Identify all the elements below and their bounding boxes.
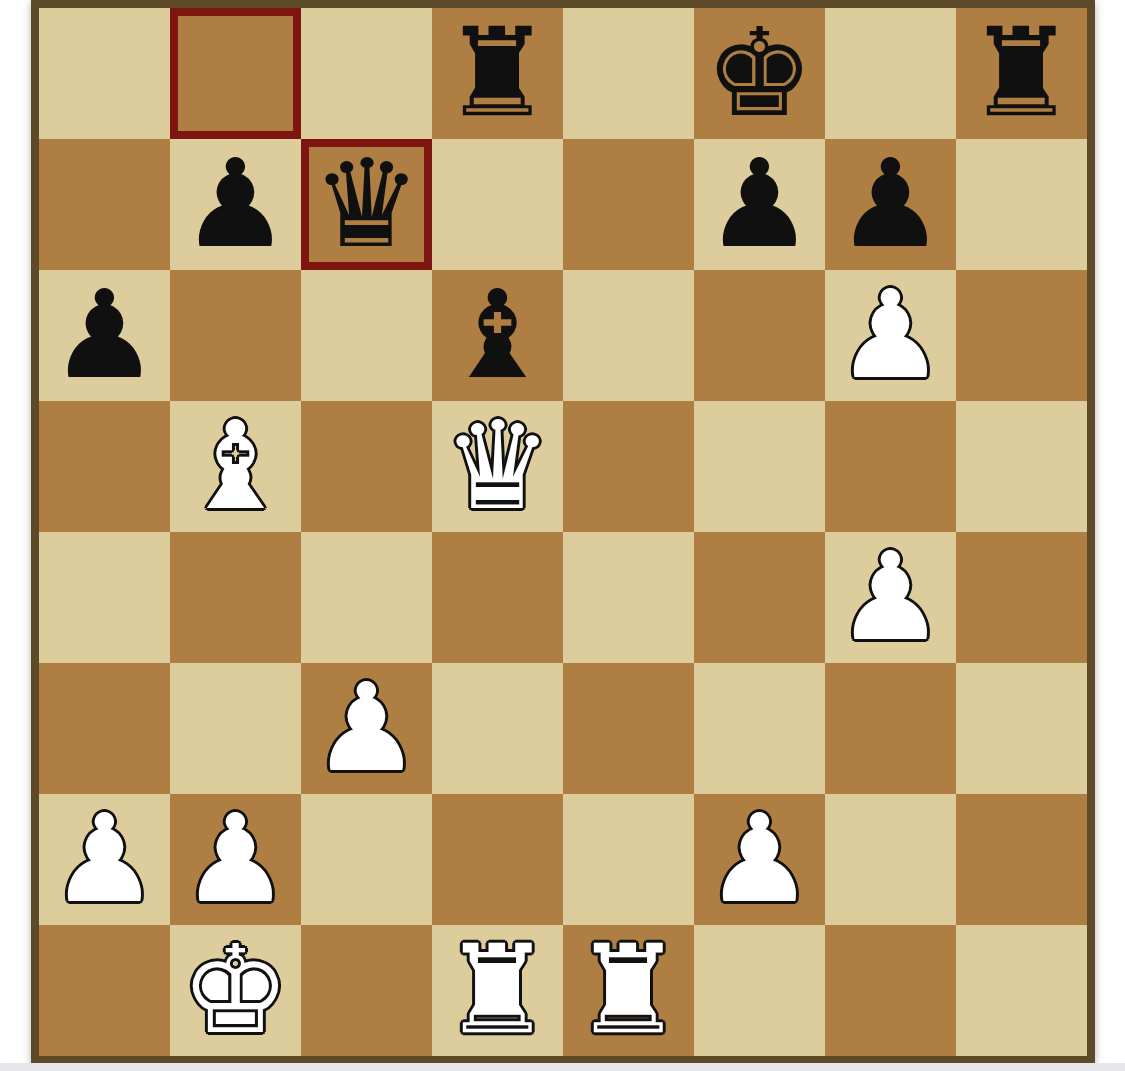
square-g6[interactable]: ♟ (825, 270, 956, 401)
white-rook[interactable]: ♜ (574, 925, 683, 1056)
white-pawn[interactable]: ♟ (836, 532, 945, 663)
square-g7[interactable]: ♟ (825, 139, 956, 270)
square-e8[interactable] (563, 8, 694, 139)
white-pawn[interactable]: ♟ (50, 794, 159, 925)
square-c5[interactable] (301, 401, 432, 532)
square-g2[interactable] (825, 794, 956, 925)
square-g1[interactable] (825, 925, 956, 1056)
square-f1[interactable] (694, 925, 825, 1056)
white-pawn[interactable]: ♟ (181, 794, 290, 925)
square-g3[interactable] (825, 663, 956, 794)
square-g5[interactable] (825, 401, 956, 532)
square-h7[interactable] (956, 139, 1087, 270)
white-king[interactable]: ♚ (181, 925, 290, 1056)
chess-board-frame: ♜♚♜♟♛♟♟♟♝♟♝♛♟♟♟♟♟♚♜♜ (31, 0, 1095, 1064)
square-e5[interactable] (563, 401, 694, 532)
white-pawn[interactable]: ♟ (705, 794, 814, 925)
square-f6[interactable] (694, 270, 825, 401)
black-rook[interactable]: ♜ (443, 8, 552, 139)
square-h8[interactable]: ♜ (956, 8, 1087, 139)
square-b7[interactable]: ♟ (170, 139, 301, 270)
black-pawn[interactable]: ♟ (705, 139, 814, 270)
square-f3[interactable] (694, 663, 825, 794)
square-d3[interactable] (432, 663, 563, 794)
square-d2[interactable] (432, 794, 563, 925)
square-b8[interactable] (170, 8, 301, 139)
square-f4[interactable] (694, 532, 825, 663)
square-f8[interactable]: ♚ (694, 8, 825, 139)
white-rook[interactable]: ♜ (443, 925, 552, 1056)
square-b2[interactable]: ♟ (170, 794, 301, 925)
square-e4[interactable] (563, 532, 694, 663)
black-bishop[interactable]: ♝ (443, 270, 552, 401)
black-pawn[interactable]: ♟ (50, 270, 159, 401)
white-pawn[interactable]: ♟ (836, 270, 945, 401)
square-c8[interactable] (301, 8, 432, 139)
square-b1[interactable]: ♚ (170, 925, 301, 1056)
square-d4[interactable] (432, 532, 563, 663)
square-h3[interactable] (956, 663, 1087, 794)
square-a2[interactable]: ♟ (39, 794, 170, 925)
black-queen[interactable]: ♛ (312, 139, 421, 270)
square-f2[interactable]: ♟ (694, 794, 825, 925)
square-e2[interactable] (563, 794, 694, 925)
square-h5[interactable] (956, 401, 1087, 532)
white-pawn[interactable]: ♟ (312, 663, 421, 794)
square-c6[interactable] (301, 270, 432, 401)
black-pawn[interactable]: ♟ (836, 139, 945, 270)
square-c2[interactable] (301, 794, 432, 925)
square-c4[interactable] (301, 532, 432, 663)
square-a5[interactable] (39, 401, 170, 532)
square-g8[interactable] (825, 8, 956, 139)
square-d8[interactable]: ♜ (432, 8, 563, 139)
square-e1[interactable]: ♜ (563, 925, 694, 1056)
black-pawn[interactable]: ♟ (181, 139, 290, 270)
square-d1[interactable]: ♜ (432, 925, 563, 1056)
square-h2[interactable] (956, 794, 1087, 925)
white-queen[interactable]: ♛ (443, 401, 552, 532)
square-a4[interactable] (39, 532, 170, 663)
black-rook[interactable]: ♜ (967, 8, 1076, 139)
chess-board: ♜♚♜♟♛♟♟♟♝♟♝♛♟♟♟♟♟♚♜♜ (39, 8, 1087, 1056)
square-a7[interactable] (39, 139, 170, 270)
black-king[interactable]: ♚ (705, 8, 814, 139)
square-h4[interactable] (956, 532, 1087, 663)
square-b3[interactable] (170, 663, 301, 794)
square-d5[interactable]: ♛ (432, 401, 563, 532)
square-e7[interactable] (563, 139, 694, 270)
square-c7[interactable]: ♛ (301, 139, 432, 270)
square-a8[interactable] (39, 8, 170, 139)
square-a6[interactable]: ♟ (39, 270, 170, 401)
square-b5[interactable]: ♝ (170, 401, 301, 532)
page-bottom-strip (0, 1063, 1125, 1071)
square-c3[interactable]: ♟ (301, 663, 432, 794)
square-c1[interactable] (301, 925, 432, 1056)
square-d6[interactable]: ♝ (432, 270, 563, 401)
square-b4[interactable] (170, 532, 301, 663)
square-h1[interactable] (956, 925, 1087, 1056)
square-d7[interactable] (432, 139, 563, 270)
square-g4[interactable]: ♟ (825, 532, 956, 663)
white-bishop[interactable]: ♝ (181, 401, 290, 532)
square-h6[interactable] (956, 270, 1087, 401)
square-e6[interactable] (563, 270, 694, 401)
square-b6[interactable] (170, 270, 301, 401)
square-f7[interactable]: ♟ (694, 139, 825, 270)
square-a1[interactable] (39, 925, 170, 1056)
square-f5[interactable] (694, 401, 825, 532)
square-a3[interactable] (39, 663, 170, 794)
square-e3[interactable] (563, 663, 694, 794)
